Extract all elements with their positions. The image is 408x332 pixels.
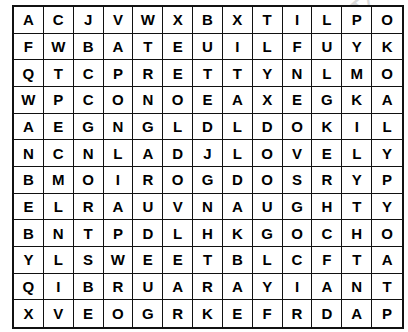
grid-cell-r4c1[interactable]: W	[14, 87, 44, 114]
grid-cell-r5c8[interactable]: L	[223, 114, 253, 141]
grid-cell-r1c9[interactable]: T	[253, 7, 283, 34]
grid-cell-r11c12[interactable]: N	[342, 274, 372, 301]
grid-cell-r7c5[interactable]: R	[133, 167, 163, 194]
grid-cell-r3c10[interactable]: N	[283, 60, 313, 87]
grid-cell-r5c11[interactable]: K	[312, 114, 342, 141]
grid-cell-r11c4[interactable]: R	[104, 274, 134, 301]
grid-cell-r1c4[interactable]: V	[104, 7, 134, 34]
grid-cell-r7c9[interactable]: O	[253, 167, 283, 194]
grid-cell-r6c12[interactable]: L	[342, 140, 372, 167]
grid-cell-r9c11[interactable]: C	[312, 220, 342, 247]
grid-cell-r3c6[interactable]: E	[163, 60, 193, 87]
grid-cell-r2c1[interactable]: F	[14, 34, 44, 61]
grid-cell-r2c2[interactable]: W	[44, 34, 74, 61]
grid-cell-r10c1[interactable]: Y	[14, 247, 44, 274]
grid-cell-r5c6[interactable]: L	[163, 114, 193, 141]
grid-cell-r9c13[interactable]: O	[372, 220, 402, 247]
grid-cell-r7c3[interactable]: O	[74, 167, 104, 194]
grid-cell-r3c11[interactable]: L	[312, 60, 342, 87]
grid-cell-r7c2[interactable]: M	[44, 167, 74, 194]
grid-cell-r4c6[interactable]: O	[163, 87, 193, 114]
grid-cell-r4c11[interactable]: G	[312, 87, 342, 114]
grid-cell-r5c9[interactable]: D	[253, 114, 283, 141]
grid-cell-r7c1[interactable]: B	[14, 167, 44, 194]
grid-cell-r2c6[interactable]: E	[163, 34, 193, 61]
grid-cell-r1c3[interactable]: J	[74, 7, 104, 34]
grid-cell-r8c7[interactable]: N	[193, 194, 223, 221]
grid-cell-r11c13[interactable]: T	[372, 274, 402, 301]
grid-cell-r9c8[interactable]: K	[223, 220, 253, 247]
grid-cell-r4c4[interactable]: O	[104, 87, 134, 114]
grid-cell-r12c12[interactable]: A	[342, 300, 372, 327]
grid-cell-r8c2[interactable]: L	[44, 194, 74, 221]
grid-cell-r3c5[interactable]: R	[133, 60, 163, 87]
grid-cell-r8c3[interactable]: R	[74, 194, 104, 221]
grid-cell-r1c2[interactable]: C	[44, 7, 74, 34]
grid-cell-r2c13[interactable]: K	[372, 34, 402, 61]
grid-cell-r2c7[interactable]: U	[193, 34, 223, 61]
grid-cell-r6c4[interactable]: L	[104, 140, 134, 167]
grid-cell-r11c9[interactable]: Y	[253, 274, 283, 301]
grid-cell-r10c2[interactable]: L	[44, 247, 74, 274]
grid-cell-r10c10[interactable]: C	[283, 247, 313, 274]
grid-cell-r9c1[interactable]: B	[14, 220, 44, 247]
grid-cell-r8c8[interactable]: A	[223, 194, 253, 221]
grid-cell-r8c11[interactable]: H	[312, 194, 342, 221]
grid-cell-r10c6[interactable]: E	[163, 247, 193, 274]
grid-cell-r2c12[interactable]: Y	[342, 34, 372, 61]
grid-cell-r3c8[interactable]: T	[223, 60, 253, 87]
grid-cell-r9c4[interactable]: P	[104, 220, 134, 247]
grid-cell-r8c1[interactable]: E	[14, 194, 44, 221]
grid-cell-r1c11[interactable]: L	[312, 7, 342, 34]
word-search-page: www.studiestoday ACJVWXBXTILPOFWBATEUILF…	[0, 0, 408, 332]
grid-cell-r6c10[interactable]: V	[283, 140, 313, 167]
grid-cell-r1c5[interactable]: W	[133, 7, 163, 34]
grid-cell-r6c2[interactable]: C	[44, 140, 74, 167]
grid-cell-r7c7[interactable]: G	[193, 167, 223, 194]
grid-cell-r8c6[interactable]: V	[163, 194, 193, 221]
grid-cell-r4c10[interactable]: E	[283, 87, 313, 114]
grid-cell-r2c10[interactable]: F	[283, 34, 313, 61]
grid-cell-r9c9[interactable]: G	[253, 220, 283, 247]
grid-cell-r7c8[interactable]: D	[223, 167, 253, 194]
grid-cell-r5c3[interactable]: G	[74, 114, 104, 141]
grid-cell-r8c10[interactable]: G	[283, 194, 313, 221]
grid-cell-r6c6[interactable]: D	[163, 140, 193, 167]
grid-cell-r7c13[interactable]: P	[372, 167, 402, 194]
grid-cell-r1c8[interactable]: X	[223, 7, 253, 34]
grid-cell-r4c13[interactable]: A	[372, 87, 402, 114]
grid-cell-r4c7[interactable]: E	[193, 87, 223, 114]
word-search-board: ACJVWXBXTILPOFWBATEUILFUYKQTCPRETTYNLMOW…	[12, 5, 404, 329]
grid-cell-r9c10[interactable]: O	[283, 220, 313, 247]
grid-cell-r12c11[interactable]: D	[312, 300, 342, 327]
grid-cell-r12c9[interactable]: F	[253, 300, 283, 327]
grid-cell-r12c4[interactable]: O	[104, 300, 134, 327]
grid-cell-r5c10[interactable]: O	[283, 114, 313, 141]
grid-cell-r5c7[interactable]: D	[193, 114, 223, 141]
grid-cell-r11c7[interactable]: R	[193, 274, 223, 301]
grid-cell-r9c6[interactable]: L	[163, 220, 193, 247]
grid-cell-r12c3[interactable]: E	[74, 300, 104, 327]
grid-cell-r10c5[interactable]: E	[133, 247, 163, 274]
grid-cell-r10c3[interactable]: S	[74, 247, 104, 274]
grid-cell-r7c12[interactable]: Y	[342, 167, 372, 194]
grid-cell-r3c4[interactable]: P	[104, 60, 134, 87]
grid-cell-r5c2[interactable]: E	[44, 114, 74, 141]
grid-cell-r1c13[interactable]: O	[372, 7, 402, 34]
grid-cell-r11c8[interactable]: A	[223, 274, 253, 301]
grid-cell-r8c5[interactable]: U	[133, 194, 163, 221]
grid-cell-r4c9[interactable]: X	[253, 87, 283, 114]
grid-cell-r11c6[interactable]: A	[163, 274, 193, 301]
grid-cell-r4c3[interactable]: C	[74, 87, 104, 114]
grid-cell-r1c10[interactable]: I	[283, 7, 313, 34]
grid-cell-r4c5[interactable]: N	[133, 87, 163, 114]
grid-cell-r12c13[interactable]: P	[372, 300, 402, 327]
grid-cell-r6c1[interactable]: N	[14, 140, 44, 167]
grid-cell-r12c5[interactable]: G	[133, 300, 163, 327]
grid-cell-r12c1[interactable]: X	[14, 300, 44, 327]
grid-cell-r4c8[interactable]: A	[223, 87, 253, 114]
grid-cell-r6c9[interactable]: O	[253, 140, 283, 167]
grid-cell-r7c11[interactable]: R	[312, 167, 342, 194]
grid-cell-r11c3[interactable]: B	[74, 274, 104, 301]
grid-cell-r3c2[interactable]: T	[44, 60, 74, 87]
grid-cell-r6c8[interactable]: L	[223, 140, 253, 167]
grid-cell-r10c8[interactable]: B	[223, 247, 253, 274]
grid-cell-r8c12[interactable]: T	[342, 194, 372, 221]
grid-cell-r5c13[interactable]: L	[372, 114, 402, 141]
grid-cell-r10c7[interactable]: T	[193, 247, 223, 274]
grid-cell-r8c13[interactable]: Y	[372, 194, 402, 221]
grid-cell-r10c12[interactable]: T	[342, 247, 372, 274]
grid-cell-r3c9[interactable]: Y	[253, 60, 283, 87]
grid-cell-r1c6[interactable]: X	[163, 7, 193, 34]
grid-cell-r5c12[interactable]: I	[342, 114, 372, 141]
grid-cell-r12c8[interactable]: E	[223, 300, 253, 327]
grid-cell-r4c2[interactable]: P	[44, 87, 74, 114]
grid-cell-r9c12[interactable]: H	[342, 220, 372, 247]
grid-cell-r3c3[interactable]: C	[74, 60, 104, 87]
grid-cell-r5c4[interactable]: N	[104, 114, 134, 141]
grid-cell-r11c1[interactable]: Q	[14, 274, 44, 301]
grid-cell-r10c11[interactable]: F	[312, 247, 342, 274]
grid-cell-r2c4[interactable]: A	[104, 34, 134, 61]
grid-cell-r12c2[interactable]: V	[44, 300, 74, 327]
grid-cell-r1c12[interactable]: P	[342, 7, 372, 34]
grid-cell-r5c5[interactable]: G	[133, 114, 163, 141]
grid-cell-r9c3[interactable]: T	[74, 220, 104, 247]
grid-cell-r3c13[interactable]: O	[372, 60, 402, 87]
grid-cell-r3c12[interactable]: M	[342, 60, 372, 87]
grid-cell-r2c9[interactable]: L	[253, 34, 283, 61]
grid-cell-r12c10[interactable]: R	[283, 300, 313, 327]
grid-cell-r10c9[interactable]: L	[253, 247, 283, 274]
grid-cell-r6c11[interactable]: E	[312, 140, 342, 167]
grid-cell-r11c10[interactable]: I	[283, 274, 313, 301]
grid-cell-r2c11[interactable]: U	[312, 34, 342, 61]
grid-cell-r4c12[interactable]: K	[342, 87, 372, 114]
grid-cell-r1c7[interactable]: B	[193, 7, 223, 34]
grid-cell-r5c1[interactable]: A	[14, 114, 44, 141]
grid-cell-r11c5[interactable]: U	[133, 274, 163, 301]
grid-cell-r3c1[interactable]: Q	[14, 60, 44, 87]
grid-cell-r6c13[interactable]: Y	[372, 140, 402, 167]
grid-cell-r9c5[interactable]: D	[133, 220, 163, 247]
grid-cell-r8c9[interactable]: U	[253, 194, 283, 221]
grid-cell-r6c5[interactable]: A	[133, 140, 163, 167]
grid-cell-r7c10[interactable]: S	[283, 167, 313, 194]
grid-cell-r6c3[interactable]: N	[74, 140, 104, 167]
grid-cell-r6c7[interactable]: J	[193, 140, 223, 167]
grid-cell-r3c7[interactable]: T	[193, 60, 223, 87]
grid-cell-r8c4[interactable]: A	[104, 194, 134, 221]
grid-cell-r2c8[interactable]: I	[223, 34, 253, 61]
grid-cell-r10c13[interactable]: A	[372, 247, 402, 274]
grid-cell-r9c7[interactable]: H	[193, 220, 223, 247]
grid-cell-r10c4[interactable]: W	[104, 247, 134, 274]
grid-cell-r12c6[interactable]: R	[163, 300, 193, 327]
grid-cell-r11c2[interactable]: I	[44, 274, 74, 301]
grid-cell-r7c4[interactable]: I	[104, 167, 134, 194]
grid-cell-r11c11[interactable]: A	[312, 274, 342, 301]
grid-cell-r2c3[interactable]: B	[74, 34, 104, 61]
grid-cell-r12c7[interactable]: K	[193, 300, 223, 327]
grid-cell-r7c6[interactable]: O	[163, 167, 193, 194]
grid-cell-r2c5[interactable]: T	[133, 34, 163, 61]
grid-cell-r9c2[interactable]: N	[44, 220, 74, 247]
grid-cell-r1c1[interactable]: A	[14, 7, 44, 34]
